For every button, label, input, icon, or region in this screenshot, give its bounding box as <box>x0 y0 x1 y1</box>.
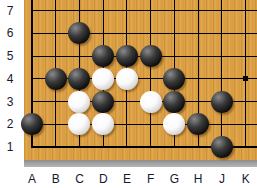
go-diagram: 7654321ABCDEFGHJK <box>0 0 257 188</box>
grid-line-horizontal <box>31 33 257 34</box>
black-stone[interactable] <box>92 91 114 113</box>
col-label: H <box>190 171 206 187</box>
col-label: B <box>48 171 64 187</box>
grid-line-horizontal <box>31 124 257 125</box>
col-label: A <box>24 171 40 187</box>
col-label: G <box>166 171 182 187</box>
col-label: J <box>214 171 230 187</box>
row-label: 7 <box>2 3 18 19</box>
black-stone[interactable] <box>116 45 138 67</box>
grid-line-horizontal <box>31 10 257 11</box>
col-label: D <box>95 171 111 187</box>
row-label: 5 <box>2 48 18 64</box>
row-label: 1 <box>2 139 18 155</box>
row-label: 4 <box>2 71 18 87</box>
grid-line-vertical <box>150 0 151 148</box>
col-label: F <box>143 171 159 187</box>
row-label: 6 <box>2 25 18 41</box>
grid-line-vertical <box>221 0 222 148</box>
black-stone[interactable] <box>211 136 233 158</box>
black-stone[interactable] <box>211 91 233 113</box>
black-stone[interactable] <box>45 68 67 90</box>
white-stone[interactable] <box>140 91 162 113</box>
col-label: C <box>71 171 87 187</box>
white-stone[interactable] <box>68 91 90 113</box>
white-stone[interactable] <box>92 68 114 90</box>
row-label: 3 <box>2 94 18 110</box>
row-label: 2 <box>2 116 18 132</box>
black-stone[interactable] <box>163 91 185 113</box>
black-stone[interactable] <box>140 45 162 67</box>
star-point <box>243 76 248 81</box>
col-label: E <box>119 171 135 187</box>
board-edge-shadow <box>24 160 257 167</box>
grid-line-vertical <box>245 0 246 148</box>
white-stone[interactable] <box>116 68 138 90</box>
col-label: K <box>238 171 254 187</box>
